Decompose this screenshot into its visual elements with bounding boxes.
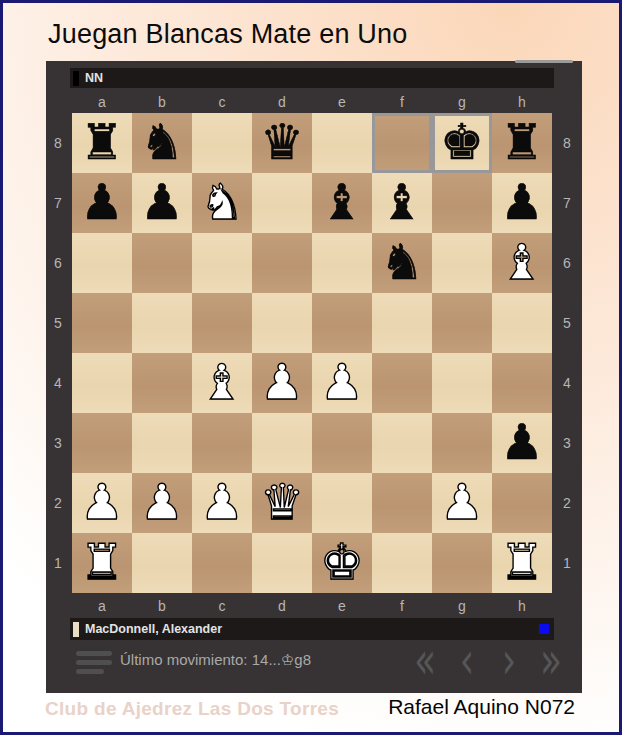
rank-label: 3 xyxy=(558,413,576,473)
square-d3[interactable] xyxy=(252,413,312,473)
square-h5[interactable] xyxy=(492,293,552,353)
piece-white-pawn: ♟ xyxy=(320,353,364,413)
file-label: h xyxy=(492,596,552,616)
file-label: g xyxy=(432,596,492,616)
file-labels-bottom: abcdefgh xyxy=(72,596,552,616)
file-label: h xyxy=(492,92,552,112)
next-move-button[interactable]: › xyxy=(492,630,526,689)
piece-white-pawn: ♟ xyxy=(260,353,304,413)
file-label: d xyxy=(252,92,312,112)
square-c2[interactable]: ♟ xyxy=(192,473,252,533)
square-a5[interactable] xyxy=(72,293,132,353)
rank-label: 8 xyxy=(49,113,67,173)
square-h4[interactable] xyxy=(492,353,552,413)
black-player-name: NN xyxy=(85,71,103,85)
square-f7[interactable]: ♝ xyxy=(372,173,432,233)
square-e7[interactable]: ♝ xyxy=(312,173,372,233)
square-e1[interactable]: ♚ xyxy=(312,533,372,593)
square-e5[interactable] xyxy=(312,293,372,353)
piece-black-rook: ♜ xyxy=(500,113,544,173)
piece-white-rook: ♜ xyxy=(500,533,544,593)
square-c1[interactable] xyxy=(192,533,252,593)
square-a7[interactable]: ♟ xyxy=(72,173,132,233)
square-f4[interactable] xyxy=(372,353,432,413)
rank-labels-right: 87654321 xyxy=(558,113,576,593)
file-label: g xyxy=(432,92,492,112)
square-g2[interactable]: ♟ xyxy=(432,473,492,533)
square-c6[interactable] xyxy=(192,233,252,293)
last-move-label: Último movimiento: 14...♔g8 xyxy=(120,651,311,669)
piece-white-bishop: ♝ xyxy=(200,353,244,413)
square-b2[interactable]: ♟ xyxy=(132,473,192,533)
file-label: d xyxy=(252,596,312,616)
square-h6[interactable]: ♝ xyxy=(492,233,552,293)
rank-label: 5 xyxy=(49,293,67,353)
square-a4[interactable] xyxy=(72,353,132,413)
rank-label: 4 xyxy=(49,353,67,413)
square-f2[interactable] xyxy=(372,473,432,533)
file-label: c xyxy=(192,596,252,616)
file-label: e xyxy=(312,92,372,112)
square-h8[interactable]: ♜ xyxy=(492,113,552,173)
rank-label: 2 xyxy=(558,473,576,533)
square-g1[interactable] xyxy=(432,533,492,593)
rank-label: 1 xyxy=(558,533,576,593)
square-f5[interactable] xyxy=(372,293,432,353)
piece-white-bishop: ♝ xyxy=(500,233,544,293)
file-label: e xyxy=(312,596,372,616)
square-b4[interactable] xyxy=(132,353,192,413)
rank-labels-left: 87654321 xyxy=(49,113,67,593)
square-h7[interactable]: ♟ xyxy=(492,173,552,233)
piece-white-pawn: ♟ xyxy=(140,473,184,533)
square-d1[interactable] xyxy=(252,533,312,593)
rank-label: 1 xyxy=(49,533,67,593)
piece-black-rook: ♜ xyxy=(80,113,124,173)
square-a8[interactable]: ♜ xyxy=(72,113,132,173)
square-h2[interactable] xyxy=(492,473,552,533)
piece-white-king: ♚ xyxy=(320,533,364,593)
square-f8[interactable] xyxy=(372,113,432,173)
rank-label: 5 xyxy=(558,293,576,353)
square-d8[interactable]: ♛ xyxy=(252,113,312,173)
piece-black-pawn: ♟ xyxy=(500,413,544,473)
piece-white-pawn: ♟ xyxy=(200,473,244,533)
white-player-name: MacDonnell, Alexander xyxy=(85,622,222,636)
menu-icon[interactable] xyxy=(76,651,112,678)
piece-black-king: ♚ xyxy=(440,113,484,173)
square-f6[interactable]: ♞ xyxy=(372,233,432,293)
rank-label: 3 xyxy=(49,413,67,473)
piece-black-knight: ♞ xyxy=(140,113,184,173)
rank-label: 7 xyxy=(558,173,576,233)
square-g8[interactable]: ♚ xyxy=(432,113,492,173)
square-a1[interactable]: ♜ xyxy=(72,533,132,593)
square-e4[interactable]: ♟ xyxy=(312,353,372,413)
square-d2[interactable]: ♛ xyxy=(252,473,312,533)
piece-black-queen: ♛ xyxy=(260,113,304,173)
piece-black-bishop: ♝ xyxy=(320,173,364,233)
piece-white-pawn: ♟ xyxy=(440,473,484,533)
square-c4[interactable]: ♝ xyxy=(192,353,252,413)
piece-black-pawn: ♟ xyxy=(500,173,544,233)
file-labels-top: abcdefgh xyxy=(72,92,552,112)
square-e6[interactable] xyxy=(312,233,372,293)
chess-widget: NN abcdefgh 87654321 87654321 ♜♞♛♚♜♟♟♞♝♝… xyxy=(46,61,582,693)
square-g5[interactable] xyxy=(432,293,492,353)
square-d6[interactable] xyxy=(252,233,312,293)
file-label: c xyxy=(192,92,252,112)
square-g6[interactable] xyxy=(432,233,492,293)
square-d5[interactable] xyxy=(252,293,312,353)
square-a2[interactable]: ♟ xyxy=(72,473,132,533)
file-label: b xyxy=(132,596,192,616)
square-b8[interactable]: ♞ xyxy=(132,113,192,173)
rank-label: 8 xyxy=(558,113,576,173)
author-credit: Rafael Aquino N072 xyxy=(388,695,575,719)
controls-bar: Último movimiento: 14...♔g8 « ‹ › » xyxy=(46,643,582,693)
square-f1[interactable] xyxy=(372,533,432,593)
nav-buttons: « ‹ › » xyxy=(408,639,568,680)
square-a3[interactable] xyxy=(72,413,132,473)
piece-black-pawn: ♟ xyxy=(80,173,124,233)
square-c8[interactable] xyxy=(192,113,252,173)
square-b1[interactable] xyxy=(132,533,192,593)
last-move-button[interactable]: » xyxy=(534,630,568,689)
file-label: a xyxy=(72,92,132,112)
piece-white-knight: ♞ xyxy=(200,173,244,233)
square-e2[interactable] xyxy=(312,473,372,533)
piece-white-queen: ♛ xyxy=(260,473,304,533)
piece-black-knight: ♞ xyxy=(380,233,424,293)
page-title: Juegan Blancas Mate en Uno xyxy=(48,19,407,50)
square-g4[interactable] xyxy=(432,353,492,413)
piece-white-rook: ♜ xyxy=(80,533,124,593)
rank-label: 6 xyxy=(49,233,67,293)
square-e3[interactable] xyxy=(312,413,372,473)
square-d4[interactable]: ♟ xyxy=(252,353,312,413)
chess-board[interactable]: ♜♞♛♚♜♟♟♞♝♝♟♞♝♝♟♟♟♟♟♟♛♟♜♚♜ xyxy=(72,113,552,593)
square-f3[interactable] xyxy=(372,413,432,473)
rank-label: 7 xyxy=(49,173,67,233)
club-watermark: Club de Ajedrez Las Dos Torres xyxy=(45,698,339,720)
black-color-indicator xyxy=(73,71,79,86)
square-g3[interactable] xyxy=(432,413,492,473)
file-label: f xyxy=(372,92,432,112)
square-b3[interactable] xyxy=(132,413,192,473)
piece-black-bishop: ♝ xyxy=(380,173,424,233)
square-c3[interactable] xyxy=(192,413,252,473)
piece-white-pawn: ♟ xyxy=(80,473,124,533)
rank-label: 2 xyxy=(49,473,67,533)
rank-label: 6 xyxy=(558,233,576,293)
square-g7[interactable] xyxy=(432,173,492,233)
file-label: f xyxy=(372,596,432,616)
first-move-button[interactable]: « xyxy=(408,630,442,689)
square-e8[interactable] xyxy=(312,113,372,173)
square-b7[interactable]: ♟ xyxy=(132,173,192,233)
square-a6[interactable] xyxy=(72,233,132,293)
page: Juegan Blancas Mate en Uno NN abcdefgh 8… xyxy=(0,0,622,735)
scrollbar[interactable] xyxy=(515,60,573,63)
square-h3[interactable]: ♟ xyxy=(492,413,552,473)
square-c5[interactable] xyxy=(192,293,252,353)
piece-black-pawn: ♟ xyxy=(140,173,184,233)
square-d7[interactable] xyxy=(252,173,312,233)
square-h1[interactable]: ♜ xyxy=(492,533,552,593)
file-label: b xyxy=(132,92,192,112)
square-c7[interactable]: ♞ xyxy=(192,173,252,233)
prev-move-button[interactable]: ‹ xyxy=(450,630,484,689)
square-b5[interactable] xyxy=(132,293,192,353)
player-bar-black: NN xyxy=(70,68,554,88)
square-b6[interactable] xyxy=(132,233,192,293)
file-label: a xyxy=(72,596,132,616)
rank-label: 4 xyxy=(558,353,576,413)
white-color-indicator xyxy=(73,622,79,637)
